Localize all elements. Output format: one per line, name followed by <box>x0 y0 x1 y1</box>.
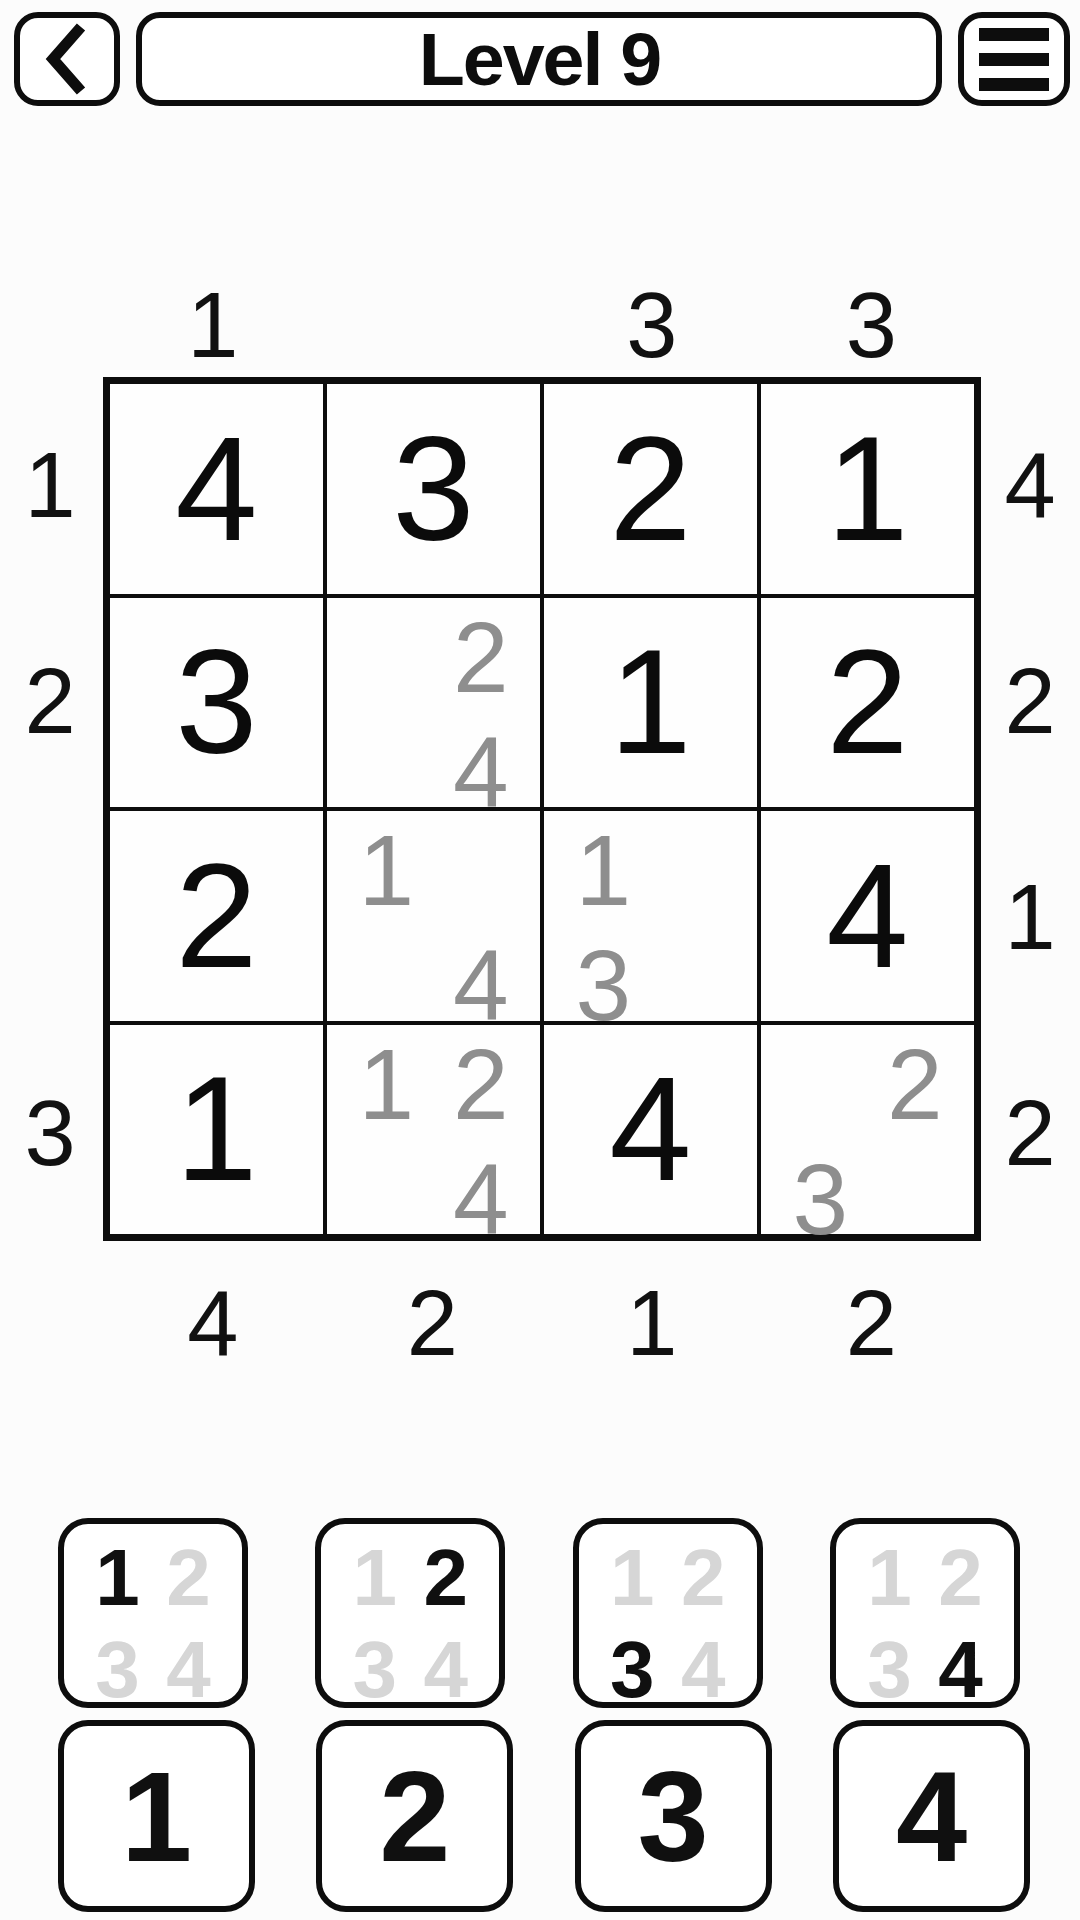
board-cell-r1c4[interactable]: 1 <box>761 384 974 594</box>
clues-left: 1 2 3 <box>0 377 100 1241</box>
cell-value: 1 <box>761 384 974 594</box>
clue-left-2: 2 <box>0 593 100 809</box>
number-button-2[interactable]: 2 <box>316 1720 513 1912</box>
board-cell-r4c2[interactable]: 124 <box>327 1025 540 1235</box>
board-cell-r3c3[interactable]: 13 <box>544 811 757 1021</box>
cell-value: 1 <box>110 1025 323 1235</box>
clue-left-3 <box>0 809 100 1025</box>
cell-value <box>327 1025 540 1235</box>
clue-left-4: 3 <box>0 1025 100 1241</box>
cell-value: 1 <box>544 598 757 808</box>
number-selector-row: 1 2 3 4 <box>58 1720 1030 1912</box>
menu-button[interactable] <box>958 12 1070 106</box>
cell-value: 4 <box>110 384 323 594</box>
cell-value: 2 <box>110 811 323 1021</box>
board-cell-r4c1[interactable]: 1 <box>110 1025 323 1235</box>
clue-right-4: 2 <box>980 1025 1080 1241</box>
pencil-button-1[interactable]: 1 2 3 4 <box>58 1518 248 1708</box>
clue-top-3: 3 <box>542 260 762 390</box>
top-bar: Level 9 <box>14 12 1070 106</box>
skyscrapers-board: 4 3 2 1 3 24 1 2 2 14 13 4 <box>103 377 981 1241</box>
board-cell-r2c3[interactable]: 1 <box>544 598 757 808</box>
cell-value: 3 <box>110 598 323 808</box>
clue-right-2: 2 <box>980 593 1080 809</box>
number-button-3[interactable]: 3 <box>575 1720 772 1912</box>
cell-value: 4 <box>761 811 974 1021</box>
board-cell-r1c1[interactable]: 4 <box>110 384 323 594</box>
clues-right: 4 2 1 2 <box>980 377 1080 1241</box>
board-cell-r2c4[interactable]: 2 <box>761 598 974 808</box>
clue-left-1: 1 <box>0 377 100 593</box>
pencil-button-3[interactable]: 1 2 3 4 <box>573 1518 763 1708</box>
board-cell-r3c2[interactable]: 14 <box>327 811 540 1021</box>
cell-value <box>327 811 540 1021</box>
cell-value: 2 <box>544 384 757 594</box>
hamburger-menu-icon <box>979 28 1049 91</box>
pencil-button-2[interactable]: 1 2 3 4 <box>315 1518 505 1708</box>
number-button-1[interactable]: 1 <box>58 1720 255 1912</box>
pencil-button-4[interactable]: 1 2 3 4 <box>830 1518 1020 1708</box>
board-cell-r2c1[interactable]: 3 <box>110 598 323 808</box>
clues-top: 1 3 3 <box>103 260 981 390</box>
chevron-left-icon <box>37 19 97 99</box>
level-title-box: Level 9 <box>136 12 942 106</box>
cell-value <box>327 598 540 808</box>
pencil-selector-row: 1 2 3 4 1 2 3 4 1 2 3 4 1 2 3 4 <box>58 1518 1020 1708</box>
clues-bottom: 4 2 1 2 <box>103 1248 981 1398</box>
cell-value: 2 <box>761 598 974 808</box>
clue-bottom-3: 1 <box>542 1248 762 1398</box>
number-button-4[interactable]: 4 <box>833 1720 1030 1912</box>
board-cell-r3c1[interactable]: 2 <box>110 811 323 1021</box>
board-cell-r3c4[interactable]: 4 <box>761 811 974 1021</box>
cell-value: 3 <box>327 384 540 594</box>
cell-value <box>761 1025 974 1235</box>
clue-top-4: 3 <box>762 260 982 390</box>
board-cell-r1c2[interactable]: 3 <box>327 384 540 594</box>
cell-value <box>544 811 757 1021</box>
clue-top-2 <box>323 260 543 390</box>
cell-value: 4 <box>544 1025 757 1235</box>
back-button[interactable] <box>14 12 120 106</box>
clue-bottom-4: 2 <box>762 1248 982 1398</box>
board-cell-r2c2[interactable]: 24 <box>327 598 540 808</box>
clue-right-3: 1 <box>980 809 1080 1025</box>
clue-bottom-1: 4 <box>103 1248 323 1398</box>
clue-top-1: 1 <box>103 260 323 390</box>
board-cell-r4c3[interactable]: 4 <box>544 1025 757 1235</box>
board-cell-r4c4[interactable]: 23 <box>761 1025 974 1235</box>
level-title: Level 9 <box>418 17 660 102</box>
clue-right-1: 4 <box>980 377 1080 593</box>
board-cell-r1c3[interactable]: 2 <box>544 384 757 594</box>
clue-bottom-2: 2 <box>323 1248 543 1398</box>
